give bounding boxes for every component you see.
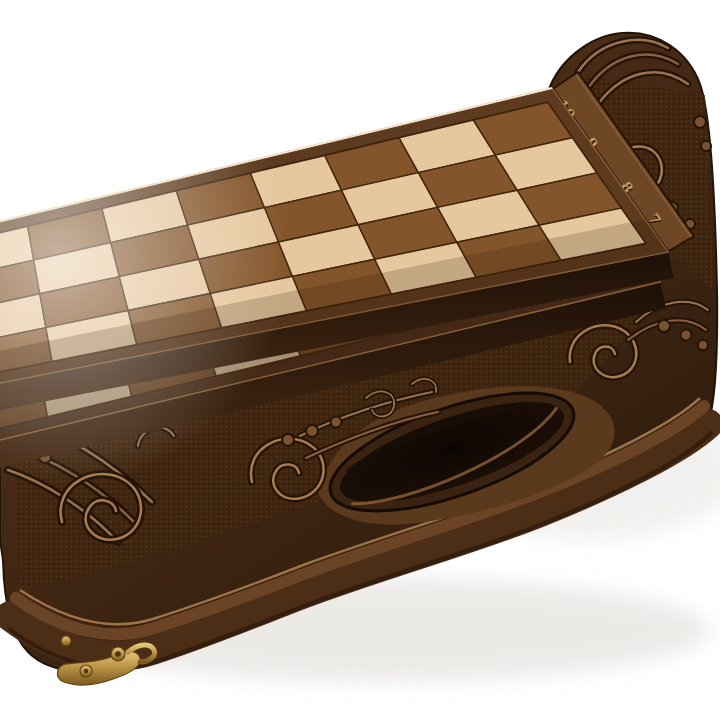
product-photo-chess-backgammon-box: 10 10 9 9 8 8 7 7 bbox=[0, 0, 720, 720]
scene-svg: 10 10 9 9 8 8 7 7 bbox=[0, 0, 720, 720]
brass-pin bbox=[61, 636, 71, 646]
